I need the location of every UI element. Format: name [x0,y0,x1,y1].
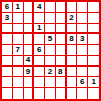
empty-cell-r5c5[interactable] [45,45,56,56]
empty-cell-r7c8[interactable] [77,67,88,78]
empty-cell-r9c3[interactable] [24,88,35,99]
empty-cell-r4c2[interactable] [13,34,24,45]
empty-cell-r7c9[interactable] [88,67,99,78]
given-digit-cell-r2c1[interactable]: 3 [2,13,13,24]
empty-cell-r8c2[interactable] [13,77,24,88]
empty-cell-r8c7[interactable] [67,77,78,88]
empty-cell-r2c4[interactable] [34,13,45,24]
given-digit-cell-r5c2[interactable]: 7 [13,45,24,56]
empty-cell-r4c4[interactable] [34,34,45,45]
empty-cell-r6c9[interactable] [88,56,99,67]
empty-cell-r3c6[interactable] [56,24,67,35]
given-digit-cell-r7c6[interactable]: 8 [56,67,67,78]
empty-cell-r4c3[interactable] [24,34,35,45]
empty-cell-r3c1[interactable] [2,24,13,35]
empty-cell-r1c9[interactable] [88,2,99,13]
empty-cell-r2c9[interactable] [88,13,99,24]
empty-cell-r7c2[interactable] [13,67,24,78]
empty-cell-r5c3[interactable] [24,45,35,56]
empty-cell-r4c1[interactable] [2,34,13,45]
given-digit-cell-r1c1[interactable]: 6 [2,2,13,13]
empty-cell-r2c2[interactable] [13,13,24,24]
empty-cell-r6c7[interactable] [67,56,78,67]
empty-cell-r5c9[interactable] [88,45,99,56]
empty-cell-r2c5[interactable] [45,13,56,24]
given-digit-cell-r1c4[interactable]: 4 [34,2,45,13]
empty-cell-r9c4[interactable] [34,88,45,99]
empty-cell-r9c6[interactable] [56,88,67,99]
given-digit-cell-r6c3[interactable]: 4 [24,56,35,67]
given-digit-cell-r1c2[interactable]: 1 [13,2,24,13]
empty-cell-r6c2[interactable] [13,56,24,67]
given-digit-cell-r7c5[interactable]: 2 [45,67,56,78]
empty-cell-r6c6[interactable] [56,56,67,67]
given-digit-cell-r4c8[interactable]: 3 [77,34,88,45]
empty-cell-r9c1[interactable] [2,88,13,99]
empty-cell-r3c7[interactable] [67,24,78,35]
empty-cell-r8c5[interactable] [45,77,56,88]
given-digit-cell-r4c5[interactable]: 5 [45,34,56,45]
empty-cell-r5c1[interactable] [2,45,13,56]
empty-cell-r3c9[interactable] [88,24,99,35]
given-digit-cell-r8c9[interactable]: 1 [88,77,99,88]
empty-cell-r1c3[interactable] [24,2,35,13]
empty-cell-r7c1[interactable] [2,67,13,78]
empty-cell-r8c1[interactable] [2,77,13,88]
empty-cell-r9c5[interactable] [45,88,56,99]
empty-cell-r2c6[interactable] [56,13,67,24]
empty-cell-r3c2[interactable] [13,24,24,35]
empty-cell-r8c3[interactable] [24,77,35,88]
empty-cell-r4c9[interactable] [88,34,99,45]
given-digit-cell-r4c7[interactable]: 8 [67,34,78,45]
empty-cell-r9c2[interactable] [13,88,24,99]
empty-cell-r1c8[interactable] [77,2,88,13]
empty-cell-r5c8[interactable] [77,45,88,56]
empty-cell-r6c4[interactable] [34,56,45,67]
empty-cell-r4c6[interactable] [56,34,67,45]
empty-cell-r9c7[interactable] [67,88,78,99]
empty-cell-r1c6[interactable] [56,2,67,13]
empty-cell-r5c7[interactable] [67,45,78,56]
empty-cell-r7c4[interactable] [34,67,45,78]
empty-cell-r3c3[interactable] [24,24,35,35]
given-digit-cell-r7c3[interactable]: 9 [24,67,35,78]
empty-cell-r2c3[interactable] [24,13,35,24]
given-digit-cell-r5c4[interactable]: 6 [34,45,45,56]
empty-cell-r8c6[interactable] [56,77,67,88]
empty-cell-r9c8[interactable] [77,88,88,99]
given-digit-cell-r2c7[interactable]: 2 [67,13,78,24]
empty-cell-r9c9[interactable] [88,88,99,99]
empty-cell-r5c6[interactable] [56,45,67,56]
empty-cell-r7c7[interactable] [67,67,78,78]
empty-cell-r8c4[interactable] [34,77,45,88]
empty-cell-r1c7[interactable] [67,2,78,13]
empty-cell-r3c8[interactable] [77,24,88,35]
empty-cell-r1c5[interactable] [45,2,56,13]
given-digit-cell-r3c4[interactable]: 1 [34,24,45,35]
empty-cell-r2c8[interactable] [77,13,88,24]
empty-cell-r6c8[interactable] [77,56,88,67]
empty-cell-r6c5[interactable] [45,56,56,67]
given-digit-cell-r8c8[interactable]: 6 [77,77,88,88]
empty-cell-r6c1[interactable] [2,56,13,67]
empty-cell-r3c5[interactable] [45,24,56,35]
sudoku-board: 61432158376492861 [0,0,101,101]
